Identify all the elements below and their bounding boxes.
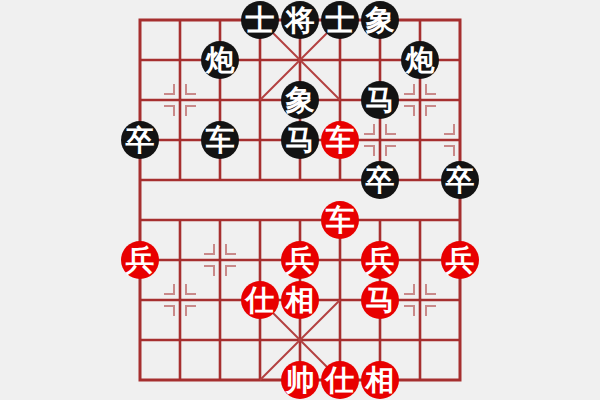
piece-black-general[interactable]: 将 [281,1,319,39]
piece-black-advisor[interactable]: 士 [241,1,279,39]
piece-red-elephant[interactable]: 相 [361,361,399,399]
piece-red-chariot[interactable]: 车 [321,201,359,239]
piece-red-horse[interactable]: 马 [361,281,399,319]
piece-black-soldier[interactable]: 卒 [121,121,159,159]
xiangqi-board: 士将士象炮炮象马卒车马车卒卒车兵兵兵兵仕相马帅仕相 [0,0,600,400]
piece-black-advisor[interactable]: 士 [321,1,359,39]
piece-black-soldier[interactable]: 卒 [361,161,399,199]
piece-black-elephant[interactable]: 象 [361,1,399,39]
piece-black-chariot[interactable]: 车 [201,121,239,159]
piece-red-advisor[interactable]: 仕 [241,281,279,319]
piece-black-elephant[interactable]: 象 [281,81,319,119]
piece-red-soldier[interactable]: 兵 [121,241,159,279]
piece-black-horse[interactable]: 马 [281,121,319,159]
piece-red-advisor[interactable]: 仕 [321,361,359,399]
piece-black-horse[interactable]: 马 [361,81,399,119]
screen: 士将士象炮炮象马卒车马车卒卒车兵兵兵兵仕相马帅仕相 [0,0,600,400]
piece-black-cannon[interactable]: 炮 [401,41,439,79]
piece-red-chariot[interactable]: 车 [321,121,359,159]
piece-black-soldier[interactable]: 卒 [441,161,479,199]
piece-red-general[interactable]: 帅 [281,361,319,399]
pieces-layer: 士将士象炮炮象马卒车马车卒卒车兵兵兵兵仕相马帅仕相 [120,0,480,400]
piece-red-soldier[interactable]: 兵 [281,241,319,279]
piece-black-cannon[interactable]: 炮 [201,41,239,79]
piece-red-soldier[interactable]: 兵 [361,241,399,279]
piece-red-elephant[interactable]: 相 [281,281,319,319]
piece-red-soldier[interactable]: 兵 [441,241,479,279]
